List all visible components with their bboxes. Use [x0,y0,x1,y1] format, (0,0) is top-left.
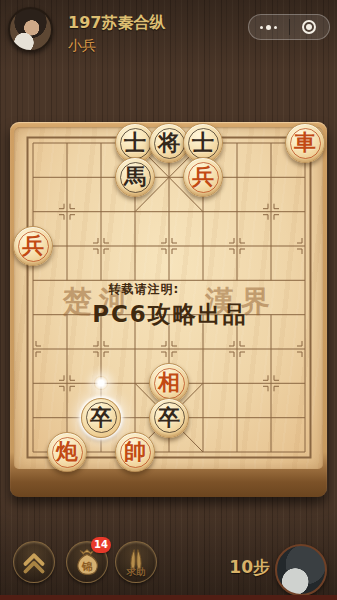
piece-character: 卒 [158,407,180,429]
piece-character: 馬 [124,166,146,188]
piece-character: 帥 [124,441,146,463]
piece-character: 車 [294,132,316,154]
help-button[interactable]: 求助 [115,541,157,583]
bag-character: 锦 [81,560,93,572]
piece-character: 兵 [22,235,44,257]
piece-black-horse[interactable]: 馬 [115,157,155,197]
piece-black-pawn[interactable]: 卒 [81,398,121,438]
piece-character: 将 [158,132,180,154]
piece-black-pawn[interactable]: 卒 [149,398,189,438]
piece-red-chariot[interactable]: 車 [285,123,325,163]
step-counter: 10步 [229,556,270,579]
double-chevron-up-icon [14,541,54,583]
hint-bag-button[interactable]: 锦 14 [66,541,108,583]
piece-red-cannon[interactable]: 炮 [47,432,87,472]
piece-character: 兵 [192,166,214,188]
hint-count-badge: 14 [91,537,111,553]
game-screen: 197苏秦合纵 小兵 楚河 漢界 转载请注明: PC6攻略出品 士将士車馬兵兵相… [0,0,337,600]
piece-red-general[interactable]: 帥 [115,432,155,472]
help-label: 求助 [116,566,156,579]
bottom-edge-strip [0,595,337,600]
piece-character: 士 [124,132,146,154]
collapse-button[interactable] [13,541,55,583]
opponent-avatar[interactable] [275,544,327,596]
piece-character: 相 [158,372,180,394]
piece-red-pawn[interactable]: 兵 [183,157,223,197]
piece-red-pawn[interactable]: 兵 [13,226,53,266]
piece-character: 卒 [90,407,112,429]
piece-character: 炮 [56,441,78,463]
piece-character: 士 [192,132,214,154]
